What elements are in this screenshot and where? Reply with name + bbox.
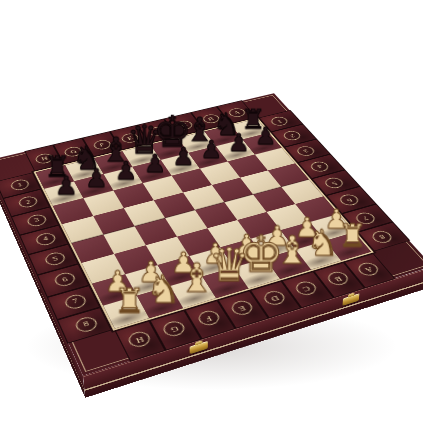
black-pawn[interactable]: ♟ xyxy=(255,124,276,148)
rank-label-medallion-8: 8 xyxy=(369,229,395,245)
rank-label-medallion-2: 2 xyxy=(17,195,39,209)
rank-label-medallion-3: 3 xyxy=(294,145,316,157)
rank-label-medallion-2: 2 xyxy=(281,130,303,142)
white-knight[interactable]: ♞ xyxy=(306,224,338,260)
brass-latch-right[interactable] xyxy=(342,293,359,306)
file-label-medallion-f: F xyxy=(195,309,222,328)
rank-label-medallion-6: 6 xyxy=(53,271,78,288)
file-label-medallion-h: H xyxy=(126,330,153,350)
rank-label-medallion-3: 3 xyxy=(25,213,48,228)
rank-label-medallion-1: 1 xyxy=(9,178,31,192)
white-rook[interactable]: ♜ xyxy=(338,220,366,252)
black-pawn[interactable]: ♟ xyxy=(228,131,250,155)
white-bishop[interactable]: ♝ xyxy=(179,258,215,298)
file-label-medallion-b: B xyxy=(324,270,351,287)
rank-label-medallion-5: 5 xyxy=(322,176,346,190)
black-pawn[interactable]: ♟ xyxy=(200,137,222,161)
file-label-medallion-d: D xyxy=(261,289,288,307)
white-knight[interactable]: ♞ xyxy=(146,270,180,308)
white-rook[interactable]: ♜ xyxy=(114,284,145,318)
black-pawn[interactable]: ♟ xyxy=(172,144,194,169)
white-queen[interactable]: ♛ xyxy=(209,242,250,288)
black-pawn[interactable]: ♟ xyxy=(144,151,166,176)
rank-label-medallion-4: 4 xyxy=(308,160,331,173)
square-f4[interactable] xyxy=(124,200,165,226)
square-c3[interactable] xyxy=(200,162,240,185)
file-label-medallion-a: A xyxy=(355,261,382,278)
file-label-medallion-e: E xyxy=(229,299,256,317)
black-pawn[interactable]: ♟ xyxy=(115,158,138,183)
file-label-medallion-c: C xyxy=(293,279,320,297)
file-label-medallion-g: G xyxy=(161,319,188,338)
rank-label-medallion-4: 4 xyxy=(34,231,57,247)
black-pawn[interactable]: ♟ xyxy=(85,165,108,190)
rank-label-medallion-8: 8 xyxy=(73,315,99,334)
brass-latch-left[interactable] xyxy=(190,341,208,354)
black-pawn[interactable]: ♟ xyxy=(55,173,78,199)
square-b5[interactable] xyxy=(253,187,295,212)
rank-label-medallion-5: 5 xyxy=(43,251,67,267)
photo-scene: HGFEDCBA HGFEDCBA 12345678 12345678 ♜♞♝♛… xyxy=(0,0,423,423)
rank-label-medallion-7: 7 xyxy=(63,292,88,310)
